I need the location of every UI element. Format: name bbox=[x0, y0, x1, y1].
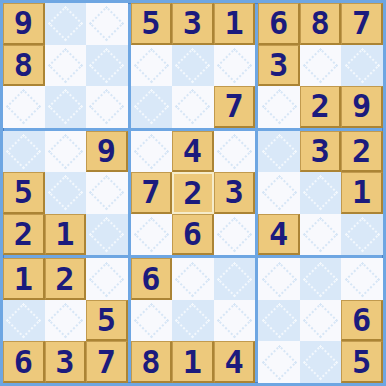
cell-r1c9[interactable]: 7 bbox=[341, 3, 383, 45]
cell-digit: 5 bbox=[97, 304, 116, 336]
cell-r4c9[interactable]: 2 bbox=[341, 131, 383, 173]
diamond-icon bbox=[217, 48, 252, 83]
cell-digit: 7 bbox=[352, 7, 371, 39]
cell-r1c8[interactable]: 8 bbox=[300, 3, 342, 45]
box-3-1: 125637 bbox=[3, 258, 128, 383]
cell-r2c3[interactable] bbox=[86, 45, 128, 87]
diamond-icon bbox=[6, 303, 41, 338]
cell-digit: 6 bbox=[352, 304, 371, 336]
cell-digit: 5 bbox=[14, 176, 33, 208]
cell-r9c2[interactable]: 3 bbox=[45, 341, 87, 383]
cell-r4c1[interactable] bbox=[3, 131, 45, 173]
cell-r5c8[interactable] bbox=[300, 172, 342, 214]
cell-digit: 4 bbox=[269, 218, 288, 250]
cell-digit: 2 bbox=[183, 177, 202, 209]
cell-r9c7[interactable] bbox=[258, 341, 300, 383]
cell-r9c1[interactable]: 6 bbox=[3, 341, 45, 383]
cell-r1c2[interactable] bbox=[45, 3, 87, 45]
cell-digit: 1 bbox=[183, 346, 202, 378]
diamond-icon bbox=[89, 48, 124, 83]
diamond-icon bbox=[345, 261, 380, 296]
cell-r5c5[interactable]: 2 bbox=[172, 172, 214, 214]
cell-r9c5[interactable]: 1 bbox=[172, 341, 214, 383]
cell-digit: 1 bbox=[352, 176, 371, 208]
cell-r7c3[interactable] bbox=[86, 258, 128, 300]
diamond-icon bbox=[175, 48, 210, 83]
diamond-icon bbox=[89, 6, 124, 41]
diamond-icon bbox=[303, 261, 338, 296]
cell-r8c3[interactable]: 5 bbox=[86, 300, 128, 342]
diamond-icon bbox=[89, 261, 124, 296]
cell-digit: 5 bbox=[141, 7, 160, 39]
box-1-2: 5317 bbox=[131, 3, 256, 128]
cell-r9c8[interactable] bbox=[300, 341, 342, 383]
cell-digit: 7 bbox=[97, 346, 116, 378]
cell-r2c2[interactable] bbox=[45, 45, 87, 87]
cell-r7c9[interactable] bbox=[341, 258, 383, 300]
diamond-icon bbox=[134, 48, 169, 83]
cell-r2c6[interactable] bbox=[214, 45, 256, 87]
diamond-icon bbox=[89, 89, 124, 124]
diamond-icon bbox=[48, 6, 83, 41]
diamond-icon bbox=[134, 89, 169, 124]
diamond-icon bbox=[217, 261, 252, 296]
cell-digit: 5 bbox=[352, 346, 371, 378]
cell-digit: 6 bbox=[269, 7, 288, 39]
cell-r6c1[interactable]: 2 bbox=[3, 214, 45, 256]
diamond-icon bbox=[175, 261, 210, 296]
cell-r7c2[interactable]: 2 bbox=[45, 258, 87, 300]
cell-digit: 8 bbox=[141, 346, 160, 378]
cell-r4c7[interactable] bbox=[258, 131, 300, 173]
cell-r1c7[interactable]: 6 bbox=[258, 3, 300, 45]
cell-r5c7[interactable] bbox=[258, 172, 300, 214]
diamond-icon bbox=[303, 303, 338, 338]
cell-r4c8[interactable]: 3 bbox=[300, 131, 342, 173]
cell-r2c1[interactable]: 8 bbox=[3, 45, 45, 87]
cell-r5c9[interactable]: 1 bbox=[341, 172, 383, 214]
diamond-icon bbox=[217, 217, 252, 252]
cell-r5c6[interactable]: 3 bbox=[214, 172, 256, 214]
cell-r7c5[interactable] bbox=[172, 258, 214, 300]
diamond-icon bbox=[89, 217, 124, 252]
diamond-icon bbox=[261, 261, 296, 296]
cell-digit: 2 bbox=[55, 263, 74, 295]
cell-r1c1[interactable]: 9 bbox=[3, 3, 45, 45]
cell-r3c8[interactable]: 2 bbox=[300, 86, 342, 128]
cell-digit: 2 bbox=[311, 90, 330, 122]
cell-digit: 4 bbox=[183, 135, 202, 167]
diamond-icon bbox=[175, 89, 210, 124]
box-1-1: 98 bbox=[3, 3, 128, 128]
diamond-icon bbox=[48, 134, 83, 169]
diamond-icon bbox=[48, 89, 83, 124]
diamond-icon bbox=[303, 217, 338, 252]
cell-r2c9[interactable] bbox=[341, 45, 383, 87]
cell-r1c5[interactable]: 3 bbox=[172, 3, 214, 45]
cell-r1c3[interactable] bbox=[86, 3, 128, 45]
box-3-3: 65 bbox=[258, 258, 383, 383]
cell-digit: 7 bbox=[141, 176, 160, 208]
cell-digit: 1 bbox=[14, 263, 33, 295]
cell-r4c4[interactable] bbox=[131, 131, 173, 173]
cell-r7c4[interactable]: 6 bbox=[131, 258, 173, 300]
cell-digit: 2 bbox=[352, 135, 371, 167]
cell-r2c7[interactable]: 3 bbox=[258, 45, 300, 87]
sudoku-board: 9853176873299521472363214125637681465 bbox=[0, 0, 386, 386]
cell-r3c6[interactable]: 7 bbox=[214, 86, 256, 128]
cell-r1c4[interactable]: 5 bbox=[131, 3, 173, 45]
cell-r5c1[interactable]: 5 bbox=[3, 172, 45, 214]
cell-digit: 1 bbox=[224, 7, 243, 39]
box-2-2: 47236 bbox=[131, 131, 256, 256]
cell-r8c7[interactable] bbox=[258, 300, 300, 342]
diamond-icon bbox=[89, 175, 124, 210]
diamond-icon bbox=[6, 89, 41, 124]
cell-r4c6[interactable] bbox=[214, 131, 256, 173]
cell-r3c5[interactable] bbox=[172, 86, 214, 128]
cell-r7c1[interactable]: 1 bbox=[3, 258, 45, 300]
cell-r3c2[interactable] bbox=[45, 86, 87, 128]
cell-r8c5[interactable] bbox=[172, 300, 214, 342]
cell-r8c6[interactable] bbox=[214, 300, 256, 342]
cell-digit: 3 bbox=[183, 7, 202, 39]
cell-r5c2[interactable] bbox=[45, 172, 87, 214]
cell-digit: 4 bbox=[224, 346, 243, 378]
cell-r5c4[interactable]: 7 bbox=[131, 172, 173, 214]
diamond-icon bbox=[345, 217, 380, 252]
cell-digit: 2 bbox=[14, 218, 33, 250]
cell-r9c4[interactable]: 8 bbox=[131, 341, 173, 383]
diamond-icon bbox=[48, 303, 83, 338]
cell-digit: 3 bbox=[55, 346, 74, 378]
diamond-icon bbox=[261, 134, 296, 169]
cell-r9c9[interactable]: 5 bbox=[341, 341, 383, 383]
cell-r3c4[interactable] bbox=[131, 86, 173, 128]
diamond-icon bbox=[303, 345, 338, 380]
cell-r6c6[interactable] bbox=[214, 214, 256, 256]
diamond-icon bbox=[261, 345, 296, 380]
cell-r8c2[interactable] bbox=[45, 300, 87, 342]
diamond-icon bbox=[261, 175, 296, 210]
cell-r6c4[interactable] bbox=[131, 214, 173, 256]
cell-r6c5[interactable]: 6 bbox=[172, 214, 214, 256]
cell-r8c1[interactable] bbox=[3, 300, 45, 342]
diamond-icon bbox=[48, 48, 83, 83]
cell-r3c7[interactable] bbox=[258, 86, 300, 128]
cell-digit: 9 bbox=[97, 135, 116, 167]
cell-r4c5[interactable]: 4 bbox=[172, 131, 214, 173]
cell-digit: 9 bbox=[14, 7, 33, 39]
cell-digit: 6 bbox=[141, 263, 160, 295]
diamond-icon bbox=[134, 303, 169, 338]
cell-r2c5[interactable] bbox=[172, 45, 214, 87]
cell-r8c8[interactable] bbox=[300, 300, 342, 342]
cell-r6c9[interactable] bbox=[341, 214, 383, 256]
cell-r3c9[interactable]: 9 bbox=[341, 86, 383, 128]
cell-r2c8[interactable] bbox=[300, 45, 342, 87]
cell-digit: 3 bbox=[269, 49, 288, 81]
diamond-icon bbox=[303, 48, 338, 83]
diamond-icon bbox=[134, 217, 169, 252]
cell-r2c4[interactable] bbox=[131, 45, 173, 87]
cell-digit: 6 bbox=[183, 218, 202, 250]
diamond-icon bbox=[6, 134, 41, 169]
diamond-icon bbox=[48, 175, 83, 210]
cell-digit: 8 bbox=[311, 7, 330, 39]
cell-r7c7[interactable] bbox=[258, 258, 300, 300]
cell-r9c3[interactable]: 7 bbox=[86, 341, 128, 383]
box-2-3: 3214 bbox=[258, 131, 383, 256]
cell-r1c6[interactable]: 1 bbox=[214, 3, 256, 45]
diamond-icon bbox=[345, 48, 380, 83]
box-2-1: 9521 bbox=[3, 131, 128, 256]
diamond-icon bbox=[217, 303, 252, 338]
cell-r6c3[interactable] bbox=[86, 214, 128, 256]
diamond-icon bbox=[175, 303, 210, 338]
cell-digit: 3 bbox=[311, 135, 330, 167]
cell-digit: 1 bbox=[55, 218, 74, 250]
cell-r6c8[interactable] bbox=[300, 214, 342, 256]
cell-r4c2[interactable] bbox=[45, 131, 87, 173]
cell-r5c3[interactable] bbox=[86, 172, 128, 214]
cell-digit: 9 bbox=[352, 90, 371, 122]
cell-digit: 8 bbox=[14, 49, 33, 81]
box-3-2: 6814 bbox=[131, 258, 256, 383]
cell-r8c4[interactable] bbox=[131, 300, 173, 342]
diamond-icon bbox=[261, 303, 296, 338]
cell-r7c6[interactable] bbox=[214, 258, 256, 300]
diamond-icon bbox=[261, 89, 296, 124]
cell-r8c9[interactable]: 6 bbox=[341, 300, 383, 342]
cell-digit: 7 bbox=[224, 90, 243, 122]
cell-r7c8[interactable] bbox=[300, 258, 342, 300]
diamond-icon bbox=[303, 175, 338, 210]
cell-r6c7[interactable]: 4 bbox=[258, 214, 300, 256]
cell-r3c1[interactable] bbox=[3, 86, 45, 128]
diamond-icon bbox=[134, 134, 169, 169]
cell-digit: 6 bbox=[14, 346, 33, 378]
cell-r3c3[interactable] bbox=[86, 86, 128, 128]
cell-r9c6[interactable]: 4 bbox=[214, 341, 256, 383]
diamond-icon bbox=[217, 134, 252, 169]
cell-r6c2[interactable]: 1 bbox=[45, 214, 87, 256]
cell-digit: 3 bbox=[224, 176, 243, 208]
box-1-3: 687329 bbox=[258, 3, 383, 128]
cell-r4c3[interactable]: 9 bbox=[86, 131, 128, 173]
